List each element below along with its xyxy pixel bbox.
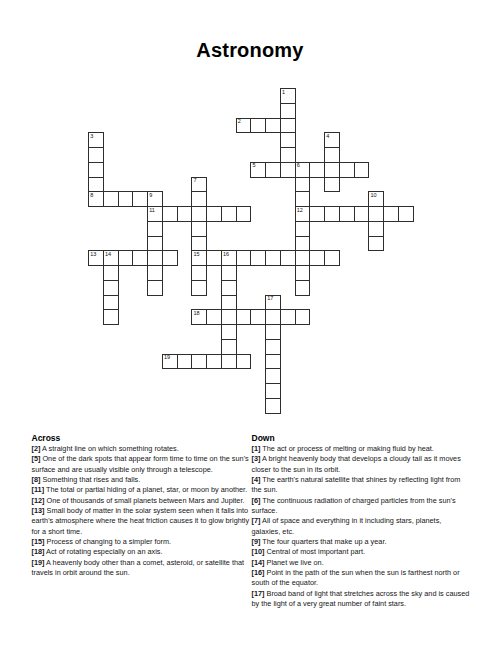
cell-r10-c4[interactable] bbox=[147, 236, 163, 252]
cell-r8-c19[interactable] bbox=[368, 206, 384, 222]
cell-r9-c7[interactable] bbox=[191, 221, 207, 237]
cell-r15-c9[interactable] bbox=[221, 309, 237, 325]
cell-r17-c12[interactable] bbox=[265, 339, 281, 355]
cell-r18-c9[interactable] bbox=[221, 354, 237, 370]
cell-r4-c0[interactable] bbox=[88, 147, 104, 163]
cell-r11-c3[interactable] bbox=[132, 250, 148, 266]
cell-r13-c14[interactable] bbox=[295, 280, 311, 296]
cell-r5-c0[interactable] bbox=[88, 162, 104, 178]
clue-number-17: 17 bbox=[267, 296, 273, 302]
cell-r15-c7[interactable]: 18 bbox=[191, 309, 207, 325]
cell-r14-c12[interactable]: 17 bbox=[265, 295, 281, 311]
cell-r11-c11[interactable] bbox=[250, 250, 266, 266]
cell-r18-c8[interactable] bbox=[206, 354, 222, 370]
cell-r8-c18[interactable] bbox=[354, 206, 370, 222]
cell-r1-c13[interactable] bbox=[280, 103, 296, 119]
clue-down-16: [16] Point in the path of the sun when t… bbox=[252, 568, 471, 589]
cell-r18-c5[interactable]: 19 bbox=[162, 354, 178, 370]
clue-across-11: [11] The total or partial hiding of a pl… bbox=[32, 485, 251, 495]
cell-r7-c4[interactable]: 9 bbox=[147, 191, 163, 207]
cell-r11-c13[interactable] bbox=[280, 250, 296, 266]
cell-r11-c9[interactable]: 16 bbox=[221, 250, 237, 266]
clue-number-14: 14 bbox=[105, 252, 111, 258]
down-clue-list: [1] The act or process of melting or mak… bbox=[252, 444, 471, 609]
cell-r16-c9[interactable] bbox=[221, 324, 237, 340]
page-title: Astronomy bbox=[0, 39, 500, 62]
cell-r11-c7[interactable]: 15 bbox=[191, 250, 207, 266]
cell-r3-c0[interactable]: 3 bbox=[88, 132, 104, 148]
clue-down-3: [3] A bright heavenly body that develops… bbox=[252, 454, 471, 475]
cell-r2-c11[interactable] bbox=[250, 118, 266, 134]
across-header: Across bbox=[32, 433, 251, 444]
cell-r5-c13[interactable] bbox=[280, 162, 296, 178]
cell-r16-c12[interactable] bbox=[265, 324, 281, 340]
clue-across-18: [18] Act of rotating especially on an ax… bbox=[32, 547, 251, 557]
cell-r6-c0[interactable] bbox=[88, 177, 104, 193]
cell-r11-c16[interactable] bbox=[324, 250, 340, 266]
cell-r15-c12[interactable] bbox=[265, 309, 281, 325]
clue-down-6: [6] The continuous radiation of charged … bbox=[252, 496, 471, 517]
cell-r18-c12[interactable] bbox=[265, 354, 281, 370]
cell-r11-c8[interactable] bbox=[206, 250, 222, 266]
cell-r8-c14[interactable]: 12 bbox=[295, 206, 311, 222]
cell-r18-c6[interactable] bbox=[177, 354, 193, 370]
crossword-grid: 12345678910111213141516171819 bbox=[88, 88, 413, 413]
cell-r15-c8[interactable] bbox=[206, 309, 222, 325]
clue-down-7: [7] All of space and everything in it in… bbox=[252, 516, 471, 537]
cell-r13-c4[interactable] bbox=[147, 280, 163, 296]
cell-r11-c12[interactable] bbox=[265, 250, 281, 266]
cell-r7-c19[interactable]: 10 bbox=[368, 191, 384, 207]
cell-r10-c19[interactable] bbox=[368, 236, 384, 252]
cell-r8-c6[interactable] bbox=[177, 206, 193, 222]
cell-r5-c17[interactable] bbox=[339, 162, 355, 178]
clue-across-19: [19] A heavenly body other than a comet,… bbox=[32, 558, 251, 579]
cell-r19-c12[interactable] bbox=[265, 368, 281, 384]
cell-r13-c1[interactable] bbox=[103, 280, 119, 296]
cell-r13-c9[interactable] bbox=[221, 280, 237, 296]
cell-r9-c4[interactable] bbox=[147, 221, 163, 237]
cell-r13-c7[interactable] bbox=[191, 280, 207, 296]
clue-across-15: [15] Process of changing to a simpler fo… bbox=[32, 537, 251, 547]
cell-r20-c12[interactable] bbox=[265, 383, 281, 399]
clue-number-13: 13 bbox=[90, 252, 96, 258]
cell-r8-c8[interactable] bbox=[206, 206, 222, 222]
clue-down-9: [9] The four quarters that make up a yea… bbox=[252, 537, 471, 547]
cell-r6-c16[interactable] bbox=[324, 177, 340, 193]
cell-r7-c0[interactable]: 8 bbox=[88, 191, 104, 207]
cell-r11-c15[interactable] bbox=[309, 250, 325, 266]
down-clues-column: Down [1] The act or process of melting o… bbox=[252, 433, 471, 609]
clue-number-1: 1 bbox=[282, 90, 285, 96]
cell-r8-c10[interactable] bbox=[236, 206, 252, 222]
cell-r8-c17[interactable] bbox=[339, 206, 355, 222]
cell-r11-c4[interactable] bbox=[147, 250, 163, 266]
cell-r5-c14[interactable]: 6 bbox=[295, 162, 311, 178]
cell-r9-c19[interactable] bbox=[368, 221, 384, 237]
cell-r5-c15[interactable] bbox=[309, 162, 325, 178]
cell-r6-c14[interactable] bbox=[295, 177, 311, 193]
clue-down-4: [4] The earth's natural satellite that s… bbox=[252, 475, 471, 496]
clue-number-18: 18 bbox=[193, 311, 199, 317]
clue-number-15: 15 bbox=[193, 252, 199, 258]
cell-r12-c4[interactable] bbox=[147, 265, 163, 281]
cell-r15-c1[interactable] bbox=[103, 309, 119, 325]
clue-down-17: [17] Broad band of light that stretches … bbox=[252, 589, 471, 610]
clue-across-8: [8] Something that rises and falls. bbox=[32, 475, 251, 485]
down-header: Down bbox=[252, 433, 471, 444]
clue-across-13: [13] Small body of matter in the solar s… bbox=[32, 506, 251, 537]
cell-r18-c7[interactable] bbox=[191, 354, 207, 370]
cell-r9-c14[interactable] bbox=[295, 221, 311, 237]
cell-r3-c13[interactable] bbox=[280, 132, 296, 148]
cell-r4-c16[interactable] bbox=[324, 147, 340, 163]
cell-r7-c14[interactable] bbox=[295, 191, 311, 207]
cell-r0-c13[interactable]: 1 bbox=[280, 88, 296, 104]
cell-r8-c20[interactable] bbox=[383, 206, 399, 222]
cell-r5-c16[interactable] bbox=[324, 162, 340, 178]
cell-r6-c7[interactable]: 7 bbox=[191, 177, 207, 193]
cell-r2-c10[interactable]: 2 bbox=[236, 118, 252, 134]
cell-r18-c10[interactable] bbox=[236, 354, 252, 370]
cell-r8-c21[interactable] bbox=[398, 206, 414, 222]
cell-r8-c9[interactable] bbox=[221, 206, 237, 222]
clue-number-9: 9 bbox=[149, 193, 152, 199]
clue-number-12: 12 bbox=[297, 208, 303, 214]
page: Astronomy 12345678910111213141516171819 … bbox=[0, 0, 500, 647]
clue-number-11: 11 bbox=[149, 208, 155, 214]
clue-down-10: [10] Central of most important part. bbox=[252, 547, 471, 557]
cell-r10-c7[interactable] bbox=[191, 236, 207, 252]
cell-r12-c1[interactable] bbox=[103, 265, 119, 281]
cell-r14-c9[interactable] bbox=[221, 295, 237, 311]
cell-r11-c0[interactable]: 13 bbox=[88, 250, 104, 266]
clue-number-3: 3 bbox=[90, 134, 93, 140]
cell-r7-c2[interactable] bbox=[118, 191, 134, 207]
cell-r5-c18[interactable] bbox=[354, 162, 370, 178]
clue-across-2: [2] A straight line on which something r… bbox=[32, 444, 251, 454]
cell-r14-c1[interactable] bbox=[103, 295, 119, 311]
cell-r12-c9[interactable] bbox=[221, 265, 237, 281]
clue-number-7: 7 bbox=[193, 178, 196, 184]
clue-number-5: 5 bbox=[252, 163, 255, 169]
cell-r5-c12[interactable] bbox=[265, 162, 281, 178]
clue-number-16: 16 bbox=[223, 252, 229, 258]
cell-r12-c7[interactable] bbox=[191, 265, 207, 281]
cell-r8-c7[interactable] bbox=[191, 206, 207, 222]
clue-number-19: 19 bbox=[164, 355, 170, 361]
cell-r8-c16[interactable] bbox=[324, 206, 340, 222]
cell-r15-c14[interactable] bbox=[295, 309, 311, 325]
cell-r8-c15[interactable] bbox=[309, 206, 325, 222]
cell-r15-c10[interactable] bbox=[236, 309, 252, 325]
clue-down-14: [14] Planet we live on. bbox=[252, 558, 471, 568]
cell-r7-c3[interactable] bbox=[132, 191, 148, 207]
cell-r15-c11[interactable] bbox=[250, 309, 266, 325]
cell-r11-c5[interactable] bbox=[162, 250, 178, 266]
cell-r8-c5[interactable] bbox=[162, 206, 178, 222]
cell-r8-c4[interactable]: 11 bbox=[147, 206, 163, 222]
cell-r11-c10[interactable] bbox=[236, 250, 252, 266]
cell-r12-c14[interactable] bbox=[295, 265, 311, 281]
clue-number-2: 2 bbox=[238, 119, 241, 125]
cell-r15-c13[interactable] bbox=[280, 309, 296, 325]
across-clues-column: Across [2] A straight line on which some… bbox=[32, 433, 251, 578]
cell-r2-c12[interactable] bbox=[265, 118, 281, 134]
cell-r4-c13[interactable] bbox=[280, 147, 296, 163]
cell-r11-c2[interactable] bbox=[118, 250, 134, 266]
cell-r11-c1[interactable]: 14 bbox=[103, 250, 119, 266]
cell-r10-c14[interactable] bbox=[295, 236, 311, 252]
clue-across-12: [12] One of thousands of small planets b… bbox=[32, 496, 251, 506]
cell-r7-c1[interactable] bbox=[103, 191, 119, 207]
clue-number-8: 8 bbox=[90, 193, 93, 199]
cell-r2-c13[interactable] bbox=[280, 118, 296, 134]
cell-r11-c14[interactable] bbox=[295, 250, 311, 266]
clue-number-4: 4 bbox=[326, 134, 329, 140]
cell-r5-c11[interactable]: 5 bbox=[250, 162, 266, 178]
clue-number-10: 10 bbox=[370, 193, 376, 199]
across-clue-list: [2] A straight line on which something r… bbox=[32, 444, 251, 578]
clue-across-5: [5] One of the dark spots that appear fo… bbox=[32, 454, 251, 475]
clue-down-1: [1] The act or process of melting or mak… bbox=[252, 444, 471, 454]
clue-number-6: 6 bbox=[297, 163, 300, 169]
cell-r7-c7[interactable] bbox=[191, 191, 207, 207]
cell-r17-c9[interactable] bbox=[221, 339, 237, 355]
cell-r21-c12[interactable] bbox=[265, 398, 281, 414]
cell-r3-c16[interactable]: 4 bbox=[324, 132, 340, 148]
